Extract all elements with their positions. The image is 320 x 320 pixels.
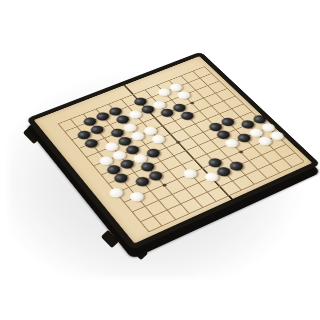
black-stone [133,175,152,188]
grid-line-vertical [95,109,189,214]
white-stone [110,149,128,161]
black-stone [144,147,162,159]
black-stone [206,156,224,168]
grid-line-horizontal [123,136,277,203]
black-stone [123,144,141,156]
black-stone [147,170,166,183]
black-stone [105,163,123,176]
black-stone [227,160,246,173]
scene [0,0,320,320]
black-stone [139,161,157,174]
white-stone [106,187,125,200]
white-stone [131,152,149,164]
white-stone [97,154,115,166]
black-stone [112,172,130,185]
black-stone [118,158,136,171]
white-stone [103,140,121,152]
star-point [161,183,167,187]
star-point [176,140,182,144]
white-stone [181,167,200,180]
white-stone [128,190,147,203]
black-stone [215,165,234,178]
white-stone [202,171,221,184]
star-point [238,150,244,154]
